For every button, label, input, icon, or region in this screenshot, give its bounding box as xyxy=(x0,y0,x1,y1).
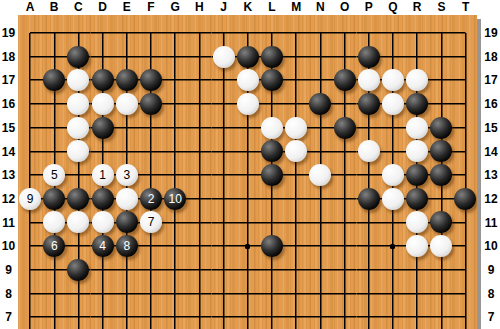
row-label-11-left: 11 xyxy=(0,216,17,230)
intersection-M10[interactable] xyxy=(284,234,308,258)
intersection-T12[interactable] xyxy=(453,187,477,211)
intersection-P16[interactable] xyxy=(357,92,381,116)
intersection-G13[interactable] xyxy=(163,163,187,187)
intersection-H16[interactable] xyxy=(187,92,211,116)
intersection-A18[interactable] xyxy=(18,45,42,69)
white-stone-move-3: 3 xyxy=(116,164,138,186)
intersection-N12[interactable] xyxy=(308,187,332,211)
intersection-B7[interactable] xyxy=(42,305,66,329)
intersection-A12[interactable]: 9 xyxy=(18,187,42,211)
intersection-T9[interactable] xyxy=(453,258,477,282)
intersection-N18[interactable] xyxy=(308,45,332,69)
intersection-H12[interactable] xyxy=(187,187,211,211)
intersection-E17[interactable] xyxy=(115,68,139,92)
intersection-F19[interactable] xyxy=(139,21,163,45)
intersection-B11[interactable] xyxy=(42,211,66,235)
intersection-A16[interactable] xyxy=(18,92,42,116)
intersection-F7[interactable] xyxy=(139,305,163,329)
intersection-K9[interactable] xyxy=(236,258,260,282)
intersection-O12[interactable] xyxy=(332,187,356,211)
intersection-S18[interactable] xyxy=(429,45,453,69)
black-stone xyxy=(92,117,114,139)
black-stone xyxy=(261,164,283,186)
intersection-M17[interactable] xyxy=(284,68,308,92)
intersection-J19[interactable] xyxy=(212,21,236,45)
intersection-N8[interactable] xyxy=(308,282,332,306)
black-stone xyxy=(334,117,356,139)
intersection-G15[interactable] xyxy=(163,116,187,140)
intersection-F13[interactable] xyxy=(139,163,163,187)
intersection-Q14[interactable] xyxy=(381,139,405,163)
intersection-L18[interactable] xyxy=(260,45,284,69)
row-label-16-right: 16 xyxy=(482,97,500,111)
intersection-D19[interactable] xyxy=(91,21,115,45)
intersection-A8[interactable] xyxy=(18,282,42,306)
intersection-S10[interactable] xyxy=(429,234,453,258)
intersection-A17[interactable] xyxy=(18,68,42,92)
intersection-D9[interactable] xyxy=(91,258,115,282)
intersection-M7[interactable] xyxy=(284,305,308,329)
intersection-L10[interactable] xyxy=(260,234,284,258)
black-stone xyxy=(67,188,89,210)
intersection-B18[interactable] xyxy=(42,45,66,69)
intersection-E15[interactable] xyxy=(115,116,139,140)
white-stone xyxy=(67,140,89,162)
intersection-C11[interactable] xyxy=(66,211,90,235)
intersection-N17[interactable] xyxy=(308,68,332,92)
intersection-G18[interactable] xyxy=(163,45,187,69)
row-label-13-left: 13 xyxy=(0,168,17,182)
intersection-L17[interactable] xyxy=(260,68,284,92)
intersection-N15[interactable] xyxy=(308,116,332,140)
col-label-P: P xyxy=(359,1,379,14)
intersection-K19[interactable] xyxy=(236,21,260,45)
intersection-M19[interactable] xyxy=(284,21,308,45)
intersection-H13[interactable] xyxy=(187,163,211,187)
intersection-R11[interactable] xyxy=(405,211,429,235)
intersection-T15[interactable] xyxy=(453,116,477,140)
intersection-O18[interactable] xyxy=(332,45,356,69)
intersection-L14[interactable] xyxy=(260,139,284,163)
intersection-H11[interactable] xyxy=(187,211,211,235)
intersection-Q12[interactable] xyxy=(381,187,405,211)
intersection-E7[interactable] xyxy=(115,305,139,329)
intersection-O16[interactable] xyxy=(332,92,356,116)
row-label-9-left: 9 xyxy=(0,263,17,277)
intersection-R8[interactable] xyxy=(405,282,429,306)
intersection-C17[interactable] xyxy=(66,68,90,92)
intersection-N14[interactable] xyxy=(308,139,332,163)
black-stone-move-4: 4 xyxy=(92,235,114,257)
intersection-P19[interactable] xyxy=(357,21,381,45)
intersection-Q7[interactable] xyxy=(381,305,405,329)
intersection-T13[interactable] xyxy=(453,163,477,187)
intersection-E9[interactable] xyxy=(115,258,139,282)
intersection-D14[interactable] xyxy=(91,139,115,163)
intersection-G9[interactable] xyxy=(163,258,187,282)
intersection-K12[interactable] xyxy=(236,187,260,211)
intersection-J17[interactable] xyxy=(212,68,236,92)
intersection-P18[interactable] xyxy=(357,45,381,69)
intersection-S9[interactable] xyxy=(429,258,453,282)
intersection-J10[interactable] xyxy=(212,234,236,258)
white-stone xyxy=(309,164,331,186)
col-label-F: F xyxy=(141,1,161,14)
intersection-J18[interactable] xyxy=(212,45,236,69)
intersection-D17[interactable] xyxy=(91,68,115,92)
intersection-A19[interactable] xyxy=(18,21,42,45)
intersection-N11[interactable] xyxy=(308,211,332,235)
intersection-D18[interactable] xyxy=(91,45,115,69)
intersection-H15[interactable] xyxy=(187,116,211,140)
intersection-E19[interactable] xyxy=(115,21,139,45)
col-label-M: M xyxy=(286,1,306,14)
intersection-P12[interactable] xyxy=(357,187,381,211)
intersection-R14[interactable] xyxy=(405,139,429,163)
intersection-S15[interactable] xyxy=(429,116,453,140)
intersection-T14[interactable] xyxy=(453,139,477,163)
intersection-A9[interactable] xyxy=(18,258,42,282)
intersection-J8[interactable] xyxy=(212,282,236,306)
intersection-B19[interactable] xyxy=(42,21,66,45)
intersection-L16[interactable] xyxy=(260,92,284,116)
intersection-S17[interactable] xyxy=(429,68,453,92)
intersection-K15[interactable] xyxy=(236,116,260,140)
intersection-H10[interactable] xyxy=(187,234,211,258)
intersection-J14[interactable] xyxy=(212,139,236,163)
intersection-H17[interactable] xyxy=(187,68,211,92)
row-label-10-left: 10 xyxy=(0,239,17,253)
intersection-K16[interactable] xyxy=(236,92,260,116)
intersection-A14[interactable] xyxy=(18,139,42,163)
intersection-T7[interactable] xyxy=(453,305,477,329)
intersection-M12[interactable] xyxy=(284,187,308,211)
black-stone xyxy=(430,117,452,139)
intersection-B10[interactable]: 6 xyxy=(42,234,66,258)
intersection-F10[interactable] xyxy=(139,234,163,258)
black-stone xyxy=(406,93,428,115)
intersection-O7[interactable] xyxy=(332,305,356,329)
intersection-E11[interactable] xyxy=(115,211,139,235)
intersection-P14[interactable] xyxy=(357,139,381,163)
col-label-N: N xyxy=(310,1,330,14)
intersection-Q17[interactable] xyxy=(381,68,405,92)
intersection-F18[interactable] xyxy=(139,45,163,69)
intersection-L8[interactable] xyxy=(260,282,284,306)
intersection-H14[interactable] xyxy=(187,139,211,163)
intersection-K14[interactable] xyxy=(236,139,260,163)
intersection-O17[interactable] xyxy=(332,68,356,92)
intersection-L9[interactable] xyxy=(260,258,284,282)
intersection-E10[interactable]: 8 xyxy=(115,234,139,258)
intersection-M11[interactable] xyxy=(284,211,308,235)
intersection-P15[interactable] xyxy=(357,116,381,140)
row-label-19-left: 19 xyxy=(0,26,17,40)
row-label-18-right: 18 xyxy=(482,50,500,64)
intersection-K17[interactable] xyxy=(236,68,260,92)
intersection-Q15[interactable] xyxy=(381,116,405,140)
black-stone xyxy=(67,46,89,68)
intersection-R19[interactable] xyxy=(405,21,429,45)
intersection-K10[interactable] xyxy=(236,234,260,258)
black-stone xyxy=(116,69,138,91)
intersection-P10[interactable] xyxy=(357,234,381,258)
intersection-N13[interactable] xyxy=(308,163,332,187)
intersection-B9[interactable] xyxy=(42,258,66,282)
intersection-S13[interactable] xyxy=(429,163,453,187)
intersection-J15[interactable] xyxy=(212,116,236,140)
intersection-E8[interactable] xyxy=(115,282,139,306)
intersection-R12[interactable] xyxy=(405,187,429,211)
intersection-C8[interactable] xyxy=(66,282,90,306)
intersection-F8[interactable] xyxy=(139,282,163,306)
intersection-C16[interactable] xyxy=(66,92,90,116)
intersection-G10[interactable] xyxy=(163,234,187,258)
intersection-B12[interactable] xyxy=(42,187,66,211)
star-point xyxy=(390,244,395,249)
intersection-G8[interactable] xyxy=(163,282,187,306)
row-label-7-left: 7 xyxy=(0,310,17,324)
intersection-C7[interactable] xyxy=(66,305,90,329)
white-stone xyxy=(382,188,404,210)
intersection-C10[interactable] xyxy=(66,234,90,258)
intersection-H8[interactable] xyxy=(187,282,211,306)
intersection-B8[interactable] xyxy=(42,282,66,306)
intersection-G14[interactable] xyxy=(163,139,187,163)
intersection-C19[interactable] xyxy=(66,21,90,45)
white-stone xyxy=(237,93,259,115)
intersection-H7[interactable] xyxy=(187,305,211,329)
intersection-P9[interactable] xyxy=(357,258,381,282)
intersection-F11[interactable]: 7 xyxy=(139,211,163,235)
intersection-F12[interactable]: 2 xyxy=(139,187,163,211)
intersection-M9[interactable] xyxy=(284,258,308,282)
intersection-R15[interactable] xyxy=(405,116,429,140)
intersection-N16[interactable] xyxy=(308,92,332,116)
intersection-D11[interactable] xyxy=(91,211,115,235)
col-label-T: T xyxy=(456,1,476,14)
intersection-L13[interactable] xyxy=(260,163,284,187)
intersection-L19[interactable] xyxy=(260,21,284,45)
intersection-M13[interactable] xyxy=(284,163,308,187)
black-stone xyxy=(261,235,283,257)
intersection-L12[interactable] xyxy=(260,187,284,211)
intersection-O11[interactable] xyxy=(332,211,356,235)
intersection-Q10[interactable] xyxy=(381,234,405,258)
intersection-Q9[interactable] xyxy=(381,258,405,282)
intersection-J9[interactable] xyxy=(212,258,236,282)
intersection-D7[interactable] xyxy=(91,305,115,329)
intersection-P7[interactable] xyxy=(357,305,381,329)
intersection-R10[interactable] xyxy=(405,234,429,258)
intersection-Q8[interactable] xyxy=(381,282,405,306)
intersection-Q16[interactable] xyxy=(381,92,405,116)
row-label-18-left: 18 xyxy=(0,50,17,64)
intersection-N19[interactable] xyxy=(308,21,332,45)
intersection-B16[interactable] xyxy=(42,92,66,116)
black-stone xyxy=(334,69,356,91)
intersection-M15[interactable] xyxy=(284,116,308,140)
intersection-D13[interactable]: 1 xyxy=(91,163,115,187)
intersection-A13[interactable] xyxy=(18,163,42,187)
intersection-M8[interactable] xyxy=(284,282,308,306)
intersection-R17[interactable] xyxy=(405,68,429,92)
intersection-E18[interactable] xyxy=(115,45,139,69)
white-stone xyxy=(358,69,380,91)
intersection-N10[interactable] xyxy=(308,234,332,258)
intersection-A11[interactable] xyxy=(18,211,42,235)
intersection-M16[interactable] xyxy=(284,92,308,116)
intersection-J7[interactable] xyxy=(212,305,236,329)
intersection-Q13[interactable] xyxy=(381,163,405,187)
intersection-C9[interactable] xyxy=(66,258,90,282)
intersection-F15[interactable] xyxy=(139,116,163,140)
intersection-T10[interactable] xyxy=(453,234,477,258)
intersection-N7[interactable] xyxy=(308,305,332,329)
intersection-J13[interactable] xyxy=(212,163,236,187)
go-diagram: ABCDEFGHJKLMNOPQRST 19181716151413121110… xyxy=(0,0,500,329)
intersection-O10[interactable] xyxy=(332,234,356,258)
intersection-F17[interactable] xyxy=(139,68,163,92)
white-stone xyxy=(43,211,65,233)
intersection-O8[interactable] xyxy=(332,282,356,306)
intersection-O14[interactable] xyxy=(332,139,356,163)
white-stone xyxy=(261,117,283,139)
intersection-K7[interactable] xyxy=(236,305,260,329)
black-stone xyxy=(140,69,162,91)
intersection-P11[interactable] xyxy=(357,211,381,235)
white-stone xyxy=(67,117,89,139)
intersection-E12[interactable] xyxy=(115,187,139,211)
intersection-E14[interactable] xyxy=(115,139,139,163)
intersection-D12[interactable] xyxy=(91,187,115,211)
intersection-B14[interactable] xyxy=(42,139,66,163)
intersection-O15[interactable] xyxy=(332,116,356,140)
intersection-R9[interactable] xyxy=(405,258,429,282)
intersection-T19[interactable] xyxy=(453,21,477,45)
intersection-T11[interactable] xyxy=(453,211,477,235)
intersection-O19[interactable] xyxy=(332,21,356,45)
col-label-H: H xyxy=(189,1,209,14)
intersection-T8[interactable] xyxy=(453,282,477,306)
intersection-S19[interactable] xyxy=(429,21,453,45)
intersection-N9[interactable] xyxy=(308,258,332,282)
intersection-K18[interactable] xyxy=(236,45,260,69)
intersection-T17[interactable] xyxy=(453,68,477,92)
intersection-B15[interactable] xyxy=(42,116,66,140)
row-label-14-right: 14 xyxy=(482,145,500,159)
intersection-S16[interactable] xyxy=(429,92,453,116)
black-stone xyxy=(358,46,380,68)
intersection-M14[interactable] xyxy=(284,139,308,163)
intersection-F16[interactable] xyxy=(139,92,163,116)
intersection-K8[interactable] xyxy=(236,282,260,306)
intersection-R13[interactable] xyxy=(405,163,429,187)
intersection-C13[interactable] xyxy=(66,163,90,187)
intersection-S7[interactable] xyxy=(429,305,453,329)
intersection-R18[interactable] xyxy=(405,45,429,69)
intersection-H19[interactable] xyxy=(187,21,211,45)
intersection-B13[interactable]: 5 xyxy=(42,163,66,187)
intersection-G16[interactable] xyxy=(163,92,187,116)
intersection-D15[interactable] xyxy=(91,116,115,140)
intersection-Q18[interactable] xyxy=(381,45,405,69)
white-stone xyxy=(213,46,235,68)
intersection-E13[interactable]: 3 xyxy=(115,163,139,187)
intersection-J11[interactable] xyxy=(212,211,236,235)
intersection-S11[interactable] xyxy=(429,211,453,235)
intersection-G11[interactable] xyxy=(163,211,187,235)
intersection-F14[interactable] xyxy=(139,139,163,163)
intersection-L7[interactable] xyxy=(260,305,284,329)
intersection-O9[interactable] xyxy=(332,258,356,282)
intersection-C15[interactable] xyxy=(66,116,90,140)
intersection-G7[interactable] xyxy=(163,305,187,329)
black-stone xyxy=(358,188,380,210)
black-stone xyxy=(406,164,428,186)
intersection-D16[interactable] xyxy=(91,92,115,116)
white-stone xyxy=(67,69,89,91)
intersection-S8[interactable] xyxy=(429,282,453,306)
intersection-G12[interactable]: 10 xyxy=(163,187,187,211)
intersection-T18[interactable] xyxy=(453,45,477,69)
intersection-P17[interactable] xyxy=(357,68,381,92)
intersection-C14[interactable] xyxy=(66,139,90,163)
intersection-T16[interactable] xyxy=(453,92,477,116)
intersection-R7[interactable] xyxy=(405,305,429,329)
white-stone-move-1: 1 xyxy=(92,164,114,186)
intersection-H9[interactable] xyxy=(187,258,211,282)
intersection-S12[interactable] xyxy=(429,187,453,211)
white-stone xyxy=(285,140,307,162)
intersection-F9[interactable] xyxy=(139,258,163,282)
intersection-P8[interactable] xyxy=(357,282,381,306)
black-stone xyxy=(358,93,380,115)
intersection-M18[interactable] xyxy=(284,45,308,69)
white-stone xyxy=(406,140,428,162)
black-stone xyxy=(430,211,452,233)
intersection-R16[interactable] xyxy=(405,92,429,116)
intersection-A7[interactable] xyxy=(18,305,42,329)
intersection-D10[interactable]: 4 xyxy=(91,234,115,258)
intersection-C12[interactable] xyxy=(66,187,90,211)
intersection-B17[interactable] xyxy=(42,68,66,92)
intersection-Q19[interactable] xyxy=(381,21,405,45)
black-stone xyxy=(43,69,65,91)
intersection-S14[interactable] xyxy=(429,139,453,163)
white-stone xyxy=(67,93,89,115)
white-stone-move-5: 5 xyxy=(43,164,65,186)
intersection-H18[interactable] xyxy=(187,45,211,69)
intersection-J12[interactable] xyxy=(212,187,236,211)
intersection-J16[interactable] xyxy=(212,92,236,116)
intersection-L11[interactable] xyxy=(260,211,284,235)
intersection-K11[interactable] xyxy=(236,211,260,235)
intersection-Q11[interactable] xyxy=(381,211,405,235)
intersection-O13[interactable] xyxy=(332,163,356,187)
intersection-C18[interactable] xyxy=(66,45,90,69)
intersection-G19[interactable] xyxy=(163,21,187,45)
intersection-L15[interactable] xyxy=(260,116,284,140)
intersection-D8[interactable] xyxy=(91,282,115,306)
intersection-A10[interactable] xyxy=(18,234,42,258)
intersection-P13[interactable] xyxy=(357,163,381,187)
intersection-E16[interactable] xyxy=(115,92,139,116)
intersection-K13[interactable] xyxy=(236,163,260,187)
intersection-A15[interactable] xyxy=(18,116,42,140)
row-label-10-right: 10 xyxy=(482,239,500,253)
intersection-G17[interactable] xyxy=(163,68,187,92)
